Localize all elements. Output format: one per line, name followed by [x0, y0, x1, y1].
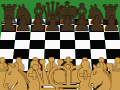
square-h5[interactable]: [105, 40, 120, 49]
chess-3d-scene: ♜♞♝♛♚♝♞♜♟♟♟♟♟♟♟♟♟♟♟♟♟♟♟♟♜♞♝♛♚♝♞♜: [0, 0, 120, 90]
square-a5[interactable]: [0, 40, 15, 49]
chess-board: ♜♞♝♛♚♝♞♜♟♟♟♟♟♟♟♟♟♟♟♟♟♟♟♟♜♞♝♛♚♝♞♜: [0, 0, 120, 90]
piece-black-pawn-h7[interactable]: ♟: [102, 11, 120, 36]
piece-white-rook-h1[interactable]: ♜: [98, 54, 120, 90]
